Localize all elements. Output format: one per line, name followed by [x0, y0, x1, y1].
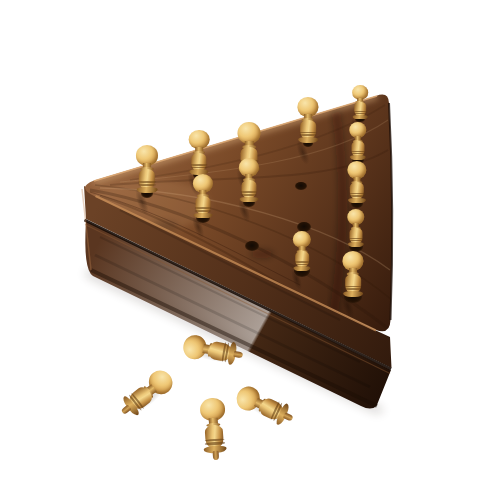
wooden-triangle-board [0, 0, 500, 500]
product-photo-stage [0, 0, 500, 500]
